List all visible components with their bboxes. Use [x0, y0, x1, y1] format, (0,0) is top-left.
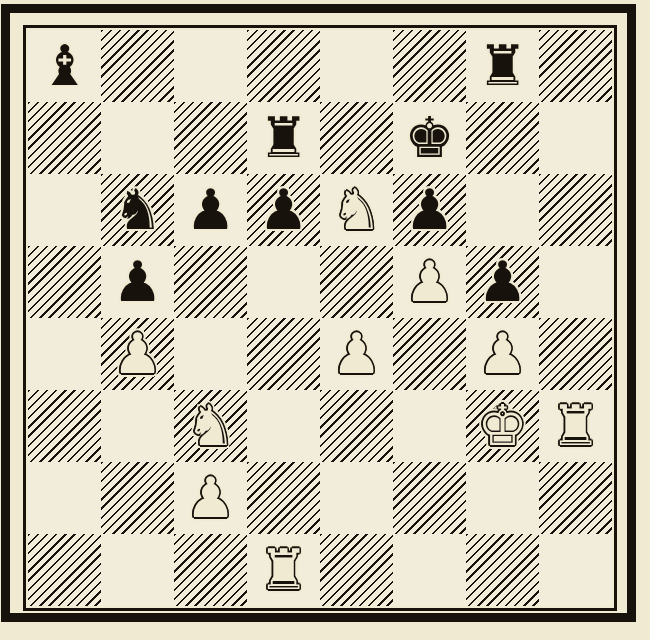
square-b1[interactable]	[101, 534, 174, 606]
square-a7[interactable]	[28, 102, 101, 174]
square-c2[interactable]: ♟	[174, 462, 247, 534]
square-h3[interactable]: ♜	[539, 390, 612, 462]
black-rook-g8[interactable]: ♜	[466, 30, 539, 102]
square-d3[interactable]	[247, 390, 320, 462]
black-rook-d7[interactable]: ♜	[247, 102, 320, 174]
square-c7[interactable]	[174, 102, 247, 174]
white-rook-h3[interactable]: ♜	[539, 390, 612, 462]
white-pawn-b4[interactable]: ♟	[101, 318, 174, 390]
square-f8[interactable]	[393, 30, 466, 102]
square-h4[interactable]	[539, 318, 612, 390]
chess-board: ♝♜♜♚♞♟♟♞♟♟♟♟♟♟♟♞♚♜♟♜	[28, 30, 612, 606]
black-pawn-b5[interactable]: ♟	[101, 246, 174, 318]
square-h2[interactable]	[539, 462, 612, 534]
square-a5[interactable]	[28, 246, 101, 318]
black-pawn-g5[interactable]: ♟	[466, 246, 539, 318]
square-a2[interactable]	[28, 462, 101, 534]
square-g7[interactable]	[466, 102, 539, 174]
square-d7[interactable]: ♜	[247, 102, 320, 174]
black-knight-b6[interactable]: ♞	[101, 174, 174, 246]
square-h1[interactable]	[539, 534, 612, 606]
square-c8[interactable]	[174, 30, 247, 102]
square-a1[interactable]	[28, 534, 101, 606]
square-g4[interactable]: ♟	[466, 318, 539, 390]
square-c6[interactable]: ♟	[174, 174, 247, 246]
square-c4[interactable]	[174, 318, 247, 390]
square-f7[interactable]: ♚	[393, 102, 466, 174]
black-pawn-d6[interactable]: ♟	[247, 174, 320, 246]
square-d6[interactable]: ♟	[247, 174, 320, 246]
square-e3[interactable]	[320, 390, 393, 462]
square-b6[interactable]: ♞	[101, 174, 174, 246]
square-d4[interactable]	[247, 318, 320, 390]
white-pawn-f5[interactable]: ♟	[393, 246, 466, 318]
square-d2[interactable]	[247, 462, 320, 534]
square-b2[interactable]	[101, 462, 174, 534]
square-c1[interactable]	[174, 534, 247, 606]
square-h5[interactable]	[539, 246, 612, 318]
square-b4[interactable]: ♟	[101, 318, 174, 390]
square-d8[interactable]	[247, 30, 320, 102]
square-f6[interactable]: ♟	[393, 174, 466, 246]
square-g5[interactable]: ♟	[466, 246, 539, 318]
square-g6[interactable]	[466, 174, 539, 246]
square-e8[interactable]	[320, 30, 393, 102]
white-king-g3[interactable]: ♚	[466, 390, 539, 462]
square-e4[interactable]: ♟	[320, 318, 393, 390]
square-d1[interactable]: ♜	[247, 534, 320, 606]
white-pawn-g4[interactable]: ♟	[466, 318, 539, 390]
square-f4[interactable]	[393, 318, 466, 390]
white-pawn-e4[interactable]: ♟	[320, 318, 393, 390]
square-d5[interactable]	[247, 246, 320, 318]
board-frame: ♝♜♜♚♞♟♟♞♟♟♟♟♟♟♟♞♚♜♟♜	[23, 25, 617, 611]
black-king-f7[interactable]: ♚	[393, 102, 466, 174]
square-g2[interactable]	[466, 462, 539, 534]
square-c5[interactable]	[174, 246, 247, 318]
square-c3[interactable]: ♞	[174, 390, 247, 462]
square-f2[interactable]	[393, 462, 466, 534]
square-e5[interactable]	[320, 246, 393, 318]
square-g3[interactable]: ♚	[466, 390, 539, 462]
square-f1[interactable]	[393, 534, 466, 606]
square-b3[interactable]	[101, 390, 174, 462]
square-f3[interactable]	[393, 390, 466, 462]
square-a6[interactable]	[28, 174, 101, 246]
page: ♝♜♜♚♞♟♟♞♟♟♟♟♟♟♟♞♚♜♟♜	[0, 0, 650, 640]
black-pawn-c6[interactable]: ♟	[174, 174, 247, 246]
white-pawn-c2[interactable]: ♟	[174, 462, 247, 534]
black-bishop-a8[interactable]: ♝	[28, 30, 101, 102]
white-knight-e6[interactable]: ♞	[320, 174, 393, 246]
square-a4[interactable]	[28, 318, 101, 390]
black-pawn-f6[interactable]: ♟	[393, 174, 466, 246]
square-a8[interactable]: ♝	[28, 30, 101, 102]
square-g1[interactable]	[466, 534, 539, 606]
square-a3[interactable]	[28, 390, 101, 462]
white-knight-c3[interactable]: ♞	[174, 390, 247, 462]
square-e6[interactable]: ♞	[320, 174, 393, 246]
square-e7[interactable]	[320, 102, 393, 174]
square-g8[interactable]: ♜	[466, 30, 539, 102]
square-h8[interactable]	[539, 30, 612, 102]
white-rook-d1[interactable]: ♜	[247, 534, 320, 606]
square-h6[interactable]	[539, 174, 612, 246]
square-b7[interactable]	[101, 102, 174, 174]
square-h7[interactable]	[539, 102, 612, 174]
square-f5[interactable]: ♟	[393, 246, 466, 318]
square-e1[interactable]	[320, 534, 393, 606]
square-e2[interactable]	[320, 462, 393, 534]
square-b8[interactable]	[101, 30, 174, 102]
square-b5[interactable]: ♟	[101, 246, 174, 318]
